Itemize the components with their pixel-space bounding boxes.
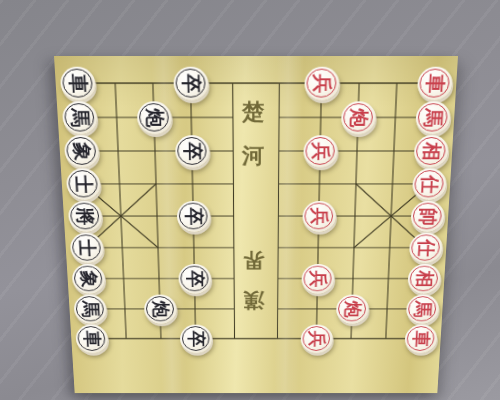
piece-glyph: 仕 — [408, 232, 443, 262]
piece-black-soldier[interactable]: 卒 — [173, 66, 208, 100]
piece-black-soldier[interactable]: 卒 — [179, 324, 212, 353]
piece-ring — [177, 137, 207, 165]
piece-ring — [70, 203, 100, 230]
piece-ring — [419, 69, 450, 98]
piece-ring — [411, 235, 441, 261]
piece-glyph: 卒 — [174, 135, 209, 167]
board-paper: 楚 河 界 漢 車馬象士將士象馬車炮炮卒卒卒卒卒兵兵兵兵兵炮炮車馬相仕帥仕相馬車 — [54, 56, 458, 393]
piece-red-general[interactable]: 帥 — [410, 200, 445, 231]
piece-ring — [72, 235, 102, 261]
piece-ring — [303, 266, 331, 292]
piece-black-advisor[interactable]: 士 — [69, 232, 104, 262]
xiangqi-board[interactable]: 車馬象士將士象馬車炮炮卒卒卒卒卒兵兵兵兵兵炮炮車馬相仕帥仕相馬車 — [58, 66, 455, 353]
piece-glyph: 士 — [69, 232, 104, 262]
piece-ring — [64, 103, 95, 131]
table-background: 楚 河 界 漢 車馬象士將士象馬車炮炮卒卒卒卒卒兵兵兵兵兵炮炮車馬相仕帥仕相馬車 — [0, 0, 500, 400]
piece-black-soldier[interactable]: 卒 — [174, 135, 209, 167]
piece-red-horse[interactable]: 馬 — [415, 101, 451, 134]
piece-red-chariot[interactable]: 車 — [416, 66, 453, 100]
piece-glyph: 馬 — [415, 101, 451, 134]
piece-ring — [75, 296, 104, 321]
piece-glyph: 車 — [59, 66, 96, 100]
piece-ring — [139, 103, 169, 131]
piece-ring — [416, 137, 447, 165]
piece-black-advisor[interactable]: 士 — [65, 168, 100, 200]
piece-ring — [66, 137, 97, 165]
piece-red-chariot[interactable]: 車 — [404, 324, 438, 353]
piece-ring — [306, 69, 336, 98]
piece-ring — [175, 69, 205, 98]
piece-red-soldier[interactable]: 兵 — [304, 66, 339, 100]
piece-black-elephant[interactable]: 象 — [71, 264, 105, 294]
piece-black-horse[interactable]: 馬 — [61, 101, 97, 134]
piece-black-horse[interactable]: 馬 — [73, 294, 107, 323]
piece-ring — [73, 266, 102, 292]
piece-ring — [62, 69, 93, 98]
piece-black-general[interactable]: 將 — [67, 200, 102, 231]
piece-glyph: 炮 — [136, 101, 171, 134]
piece-glyph: 仕 — [411, 168, 446, 200]
piece-black-soldier[interactable]: 卒 — [176, 200, 210, 231]
piece-glyph: 卒 — [176, 200, 210, 231]
piece-red-soldier[interactable]: 兵 — [301, 264, 334, 294]
piece-ring — [343, 103, 373, 131]
piece-glyph: 卒 — [173, 66, 208, 100]
piece-red-horse[interactable]: 馬 — [405, 294, 439, 323]
piece-glyph: 炮 — [335, 294, 368, 323]
piece-black-cannon[interactable]: 炮 — [143, 294, 176, 323]
piece-glyph: 炮 — [143, 294, 176, 323]
piece-glyph: 兵 — [304, 66, 339, 100]
piece-glyph: 象 — [63, 135, 99, 167]
piece-ring — [409, 266, 438, 292]
piece-ring — [417, 103, 448, 131]
piece-glyph: 將 — [67, 200, 102, 231]
piece-red-advisor[interactable]: 仕 — [408, 232, 443, 262]
piece-glyph: 兵 — [302, 200, 336, 231]
piece-glyph: 士 — [65, 168, 100, 200]
piece-glyph: 馬 — [61, 101, 97, 134]
piece-black-soldier[interactable]: 卒 — [178, 264, 211, 294]
piece-glyph: 象 — [71, 264, 105, 294]
piece-red-soldier[interactable]: 兵 — [300, 324, 333, 353]
piece-red-cannon[interactable]: 炮 — [340, 101, 375, 134]
piece-black-chariot[interactable]: 車 — [59, 66, 96, 100]
piece-red-advisor[interactable]: 仕 — [411, 168, 446, 200]
piece-red-soldier[interactable]: 兵 — [303, 135, 338, 167]
piece-ring — [68, 170, 98, 197]
piece-glyph: 卒 — [178, 264, 211, 294]
piece-ring — [182, 326, 210, 351]
piece-black-cannon[interactable]: 炮 — [136, 101, 171, 134]
piece-ring — [302, 326, 330, 351]
piece-ring — [414, 170, 444, 197]
piece-ring — [180, 266, 208, 292]
piece-glyph: 車 — [404, 324, 438, 353]
piece-red-cannon[interactable]: 炮 — [335, 294, 368, 323]
piece-ring — [408, 296, 437, 321]
piece-ring — [146, 296, 174, 321]
piece-glyph: 兵 — [303, 135, 338, 167]
piece-glyph: 相 — [407, 264, 441, 294]
piece-glyph: 馬 — [405, 294, 439, 323]
piece-glyph: 車 — [416, 66, 453, 100]
piece-glyph: 炮 — [340, 101, 375, 134]
piece-glyph: 相 — [413, 135, 449, 167]
piece-ring — [305, 137, 335, 165]
piece-glyph: 兵 — [300, 324, 333, 353]
piece-ring — [412, 203, 442, 230]
piece-glyph: 車 — [75, 324, 109, 353]
piece-ring — [338, 296, 366, 321]
piece-glyph: 帥 — [410, 200, 445, 231]
piece-ring — [77, 326, 106, 351]
piece-ring — [179, 203, 208, 230]
piece-ring — [304, 203, 333, 230]
piece-red-elephant[interactable]: 相 — [407, 264, 441, 294]
piece-red-elephant[interactable]: 相 — [413, 135, 449, 167]
piece-black-elephant[interactable]: 象 — [63, 135, 99, 167]
piece-black-chariot[interactable]: 車 — [75, 324, 109, 353]
piece-glyph: 兵 — [301, 264, 334, 294]
piece-red-soldier[interactable]: 兵 — [302, 200, 336, 231]
piece-glyph: 卒 — [179, 324, 212, 353]
piece-ring — [406, 326, 435, 351]
piece-glyph: 馬 — [73, 294, 107, 323]
